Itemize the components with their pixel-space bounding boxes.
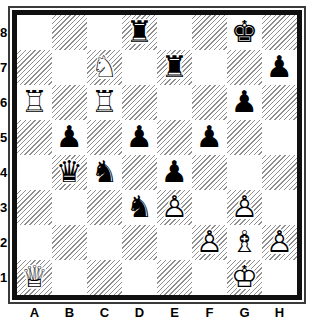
piece-fill: ♟ <box>122 120 157 155</box>
square-b1 <box>52 260 87 295</box>
piece-fill: ♜ <box>87 85 122 120</box>
piece-glyph: ♚ <box>227 15 262 50</box>
square-c6: ♜♖ <box>87 85 122 120</box>
square-f8 <box>192 15 227 50</box>
square-c1 <box>87 260 122 295</box>
square-h6 <box>262 85 297 120</box>
square-d2 <box>122 225 157 260</box>
square-e4: ♟♟ <box>157 155 192 190</box>
black-pawn-b5: ♟♟ <box>52 120 87 155</box>
square-h1 <box>262 260 297 295</box>
square-e7: ♜♜ <box>157 50 192 85</box>
square-e1 <box>157 260 192 295</box>
square-a7 <box>17 50 52 85</box>
file-label-a: A <box>17 305 52 320</box>
square-h7: ♟♟ <box>262 50 297 85</box>
square-g2: ♝♗ <box>227 225 262 260</box>
rank-label-8: 8 <box>0 15 8 50</box>
black-king-g8: ♚♚ <box>227 15 262 50</box>
piece-glyph: ♘ <box>87 50 122 85</box>
piece-fill: ♟ <box>157 155 192 190</box>
black-knight-d3: ♞♞ <box>122 190 157 225</box>
rank-label-1: 1 <box>0 260 8 295</box>
white-pawn-h2: ♟♙ <box>262 225 297 260</box>
square-e6 <box>157 85 192 120</box>
square-f7 <box>192 50 227 85</box>
square-d3: ♞♞ <box>122 190 157 225</box>
file-label-d: D <box>122 305 157 320</box>
rank-label-5: 5 <box>0 120 8 155</box>
black-knight-c4: ♞♞ <box>87 155 122 190</box>
square-b5: ♟♟ <box>52 120 87 155</box>
square-b4: ♛♛ <box>52 155 87 190</box>
piece-glyph: ♔ <box>227 260 262 295</box>
square-e3: ♟♙ <box>157 190 192 225</box>
square-b7 <box>52 50 87 85</box>
piece-glyph: ♗ <box>227 225 262 260</box>
piece-fill: ♟ <box>192 120 227 155</box>
piece-fill: ♟ <box>227 85 262 120</box>
piece-fill: ♞ <box>87 50 122 85</box>
square-b8 <box>52 15 87 50</box>
file-label-h: H <box>262 305 297 320</box>
white-knight-c7: ♞♘ <box>87 50 122 85</box>
piece-glyph: ♟ <box>227 85 262 120</box>
piece-glyph: ♕ <box>17 260 52 295</box>
piece-glyph: ♞ <box>122 190 157 225</box>
piece-fill: ♝ <box>227 225 262 260</box>
piece-fill: ♟ <box>227 190 262 225</box>
piece-glyph: ♜ <box>122 15 157 50</box>
piece-fill: ♜ <box>157 50 192 85</box>
piece-fill: ♟ <box>52 120 87 155</box>
white-pawn-e3: ♟♙ <box>157 190 192 225</box>
piece-glyph: ♖ <box>87 85 122 120</box>
square-e5 <box>157 120 192 155</box>
square-g8: ♚♚ <box>227 15 262 50</box>
square-a1: ♛♕ <box>17 260 52 295</box>
square-a4 <box>17 155 52 190</box>
square-f1 <box>192 260 227 295</box>
square-a6: ♜♖ <box>17 85 52 120</box>
file-label-e: E <box>157 305 192 320</box>
file-label-f: F <box>192 305 227 320</box>
square-f4 <box>192 155 227 190</box>
piece-fill: ♛ <box>17 260 52 295</box>
white-rook-c6: ♜♖ <box>87 85 122 120</box>
piece-fill: ♜ <box>17 85 52 120</box>
square-c5 <box>87 120 122 155</box>
board-frame-outer: ♜♜♚♚♞♘♜♜♟♟♜♖♜♖♟♟♟♟♟♟♟♟♛♛♞♞♟♟♞♞♟♙♟♙♟♙♝♗♟♙… <box>8 6 306 304</box>
square-d4 <box>122 155 157 190</box>
piece-fill: ♛ <box>52 155 87 190</box>
square-b6 <box>52 85 87 120</box>
file-label-g: G <box>227 305 262 320</box>
black-pawn-h7: ♟♟ <box>262 50 297 85</box>
rank-label-4: 4 <box>0 155 8 190</box>
square-g7 <box>227 50 262 85</box>
square-c2 <box>87 225 122 260</box>
piece-glyph: ♜ <box>157 50 192 85</box>
square-h3 <box>262 190 297 225</box>
chess-diagram: 87654321 ♜♜♚♚♞♘♜♜♟♟♜♖♜♖♟♟♟♟♟♟♟♟♛♛♞♞♟♟♞♞♟… <box>0 0 314 320</box>
square-h2: ♟♙ <box>262 225 297 260</box>
rank-label-6: 6 <box>0 85 8 120</box>
white-rook-a6: ♜♖ <box>17 85 52 120</box>
black-pawn-f5: ♟♟ <box>192 120 227 155</box>
white-pawn-f2: ♟♙ <box>192 225 227 260</box>
white-queen-a1: ♛♕ <box>17 260 52 295</box>
black-pawn-d5: ♟♟ <box>122 120 157 155</box>
square-c7: ♞♘ <box>87 50 122 85</box>
piece-fill: ♟ <box>192 225 227 260</box>
piece-glyph: ♟ <box>122 120 157 155</box>
square-d8: ♜♜ <box>122 15 157 50</box>
piece-fill: ♞ <box>122 190 157 225</box>
square-f3 <box>192 190 227 225</box>
board-frame-inner: ♜♜♚♚♞♘♜♜♟♟♜♖♜♖♟♟♟♟♟♟♟♟♛♛♞♞♟♟♞♞♟♙♟♙♟♙♝♗♟♙… <box>12 10 302 300</box>
square-h5 <box>262 120 297 155</box>
square-e2 <box>157 225 192 260</box>
piece-glyph: ♙ <box>157 190 192 225</box>
rank-label-7: 7 <box>0 50 8 85</box>
piece-fill: ♟ <box>157 190 192 225</box>
square-c4: ♞♞ <box>87 155 122 190</box>
piece-fill: ♞ <box>87 155 122 190</box>
square-g3: ♟♙ <box>227 190 262 225</box>
file-label-c: C <box>87 305 122 320</box>
piece-glyph: ♞ <box>87 155 122 190</box>
square-g4 <box>227 155 262 190</box>
piece-fill: ♚ <box>227 15 262 50</box>
square-a2 <box>17 225 52 260</box>
square-h8 <box>262 15 297 50</box>
square-a5 <box>17 120 52 155</box>
piece-glyph: ♖ <box>17 85 52 120</box>
piece-fill: ♟ <box>262 225 297 260</box>
piece-fill: ♟ <box>262 50 297 85</box>
piece-glyph: ♟ <box>52 120 87 155</box>
black-pawn-e4: ♟♟ <box>157 155 192 190</box>
white-bishop-g2: ♝♗ <box>227 225 262 260</box>
square-c3 <box>87 190 122 225</box>
square-c8 <box>87 15 122 50</box>
square-b2 <box>52 225 87 260</box>
square-a3 <box>17 190 52 225</box>
black-pawn-g6: ♟♟ <box>227 85 262 120</box>
piece-fill: ♜ <box>122 15 157 50</box>
square-f6 <box>192 85 227 120</box>
square-h4 <box>262 155 297 190</box>
square-d1 <box>122 260 157 295</box>
square-f5: ♟♟ <box>192 120 227 155</box>
piece-glyph: ♟ <box>262 50 297 85</box>
square-f2: ♟♙ <box>192 225 227 260</box>
piece-glyph: ♟ <box>157 155 192 190</box>
piece-glyph: ♙ <box>227 190 262 225</box>
piece-glyph: ♟ <box>192 120 227 155</box>
piece-glyph: ♛ <box>52 155 87 190</box>
rank-label-3: 3 <box>0 190 8 225</box>
rank-label-2: 2 <box>0 225 8 260</box>
square-d7 <box>122 50 157 85</box>
square-d5: ♟♟ <box>122 120 157 155</box>
piece-glyph: ♙ <box>192 225 227 260</box>
square-d6 <box>122 85 157 120</box>
square-g1: ♚♔ <box>227 260 262 295</box>
black-rook-e7: ♜♜ <box>157 50 192 85</box>
black-rook-d8: ♜♜ <box>122 15 157 50</box>
square-b3 <box>52 190 87 225</box>
piece-glyph: ♙ <box>262 225 297 260</box>
file-label-b: B <box>52 305 87 320</box>
black-queen-b4: ♛♛ <box>52 155 87 190</box>
chess-board: ♜♜♚♚♞♘♜♜♟♟♜♖♜♖♟♟♟♟♟♟♟♟♛♛♞♞♟♟♞♞♟♙♟♙♟♙♝♗♟♙… <box>17 15 297 295</box>
piece-fill: ♚ <box>227 260 262 295</box>
white-pawn-g3: ♟♙ <box>227 190 262 225</box>
square-g5 <box>227 120 262 155</box>
square-g6: ♟♟ <box>227 85 262 120</box>
square-e8 <box>157 15 192 50</box>
white-king-g1: ♚♔ <box>227 260 262 295</box>
square-a8 <box>17 15 52 50</box>
